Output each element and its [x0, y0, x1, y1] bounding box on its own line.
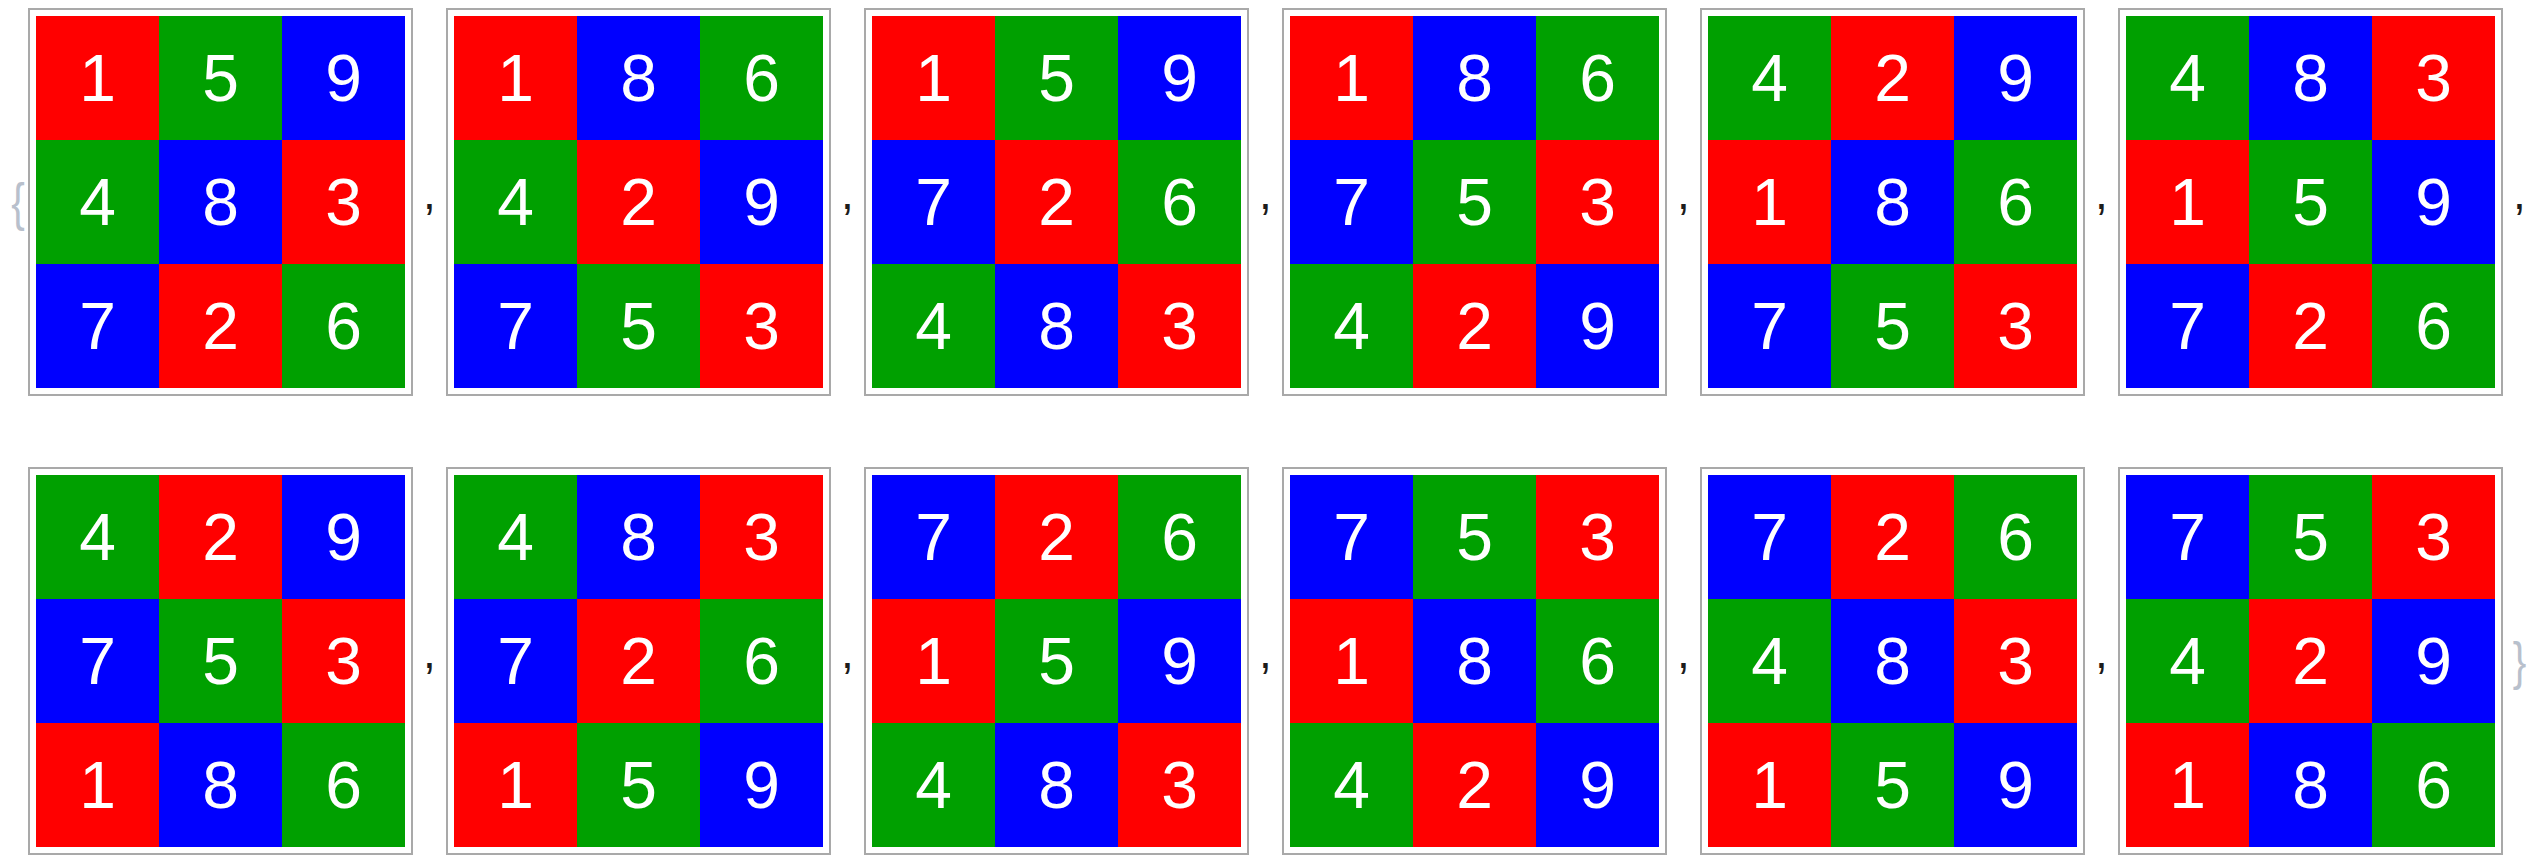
matrix-cell: 3 — [700, 475, 823, 599]
matrix-cell: 4 — [36, 475, 159, 599]
matrix-cell: 4 — [872, 264, 995, 388]
matrix-grid-2: 186429753 — [454, 16, 823, 388]
matrix-grid-12: 753429186 — [2126, 475, 2495, 847]
matrix-cell: 2 — [577, 599, 700, 723]
matrix-cell: 2 — [577, 140, 700, 264]
comma-separator: , — [413, 170, 446, 216]
matrix-cell: 1 — [1290, 16, 1413, 140]
matrix-cell: 2 — [1413, 723, 1536, 847]
matrix-cell: 2 — [995, 140, 1118, 264]
matrix-frame-8: 483726159 — [446, 467, 831, 855]
matrix-cell: 7 — [2126, 264, 2249, 388]
matrix-cell: 9 — [1118, 16, 1241, 140]
matrix-cell: 7 — [1708, 475, 1831, 599]
matrix-cell: 6 — [700, 599, 823, 723]
matrix-cell: 1 — [454, 723, 577, 847]
matrix-frame-1: 159483726 — [28, 8, 413, 396]
matrix-cell: 4 — [454, 475, 577, 599]
matrix-cell: 6 — [1118, 475, 1241, 599]
matrix-cell: 7 — [1290, 140, 1413, 264]
matrix-cell: 5 — [2249, 475, 2372, 599]
matrix-cell: 2 — [2249, 264, 2372, 388]
comma-separator: , — [2503, 170, 2536, 216]
matrix-cell: 1 — [1290, 599, 1413, 723]
mathematica-output-canvas: {159483726,186429753,159726483,186753429… — [0, 0, 2540, 864]
matrix-cell: 5 — [1831, 264, 1954, 388]
matrix-cell: 8 — [159, 723, 282, 847]
matrix-cell: 3 — [282, 599, 405, 723]
matrix-cell: 9 — [1536, 723, 1659, 847]
matrix-frame-10: 753186429 — [1282, 467, 1667, 855]
matrix-cell: 8 — [577, 16, 700, 140]
matrix-cell: 9 — [1536, 264, 1659, 388]
matrix-cell: 7 — [454, 264, 577, 388]
matrix-cell: 9 — [282, 475, 405, 599]
matrix-grid-6: 483159726 — [2126, 16, 2495, 388]
matrix-cell: 7 — [36, 264, 159, 388]
comma-separator: , — [1667, 170, 1700, 216]
matrix-cell: 6 — [1118, 140, 1241, 264]
matrix-cell: 6 — [700, 16, 823, 140]
matrix-cell: 6 — [1954, 475, 2077, 599]
comma-separator: , — [1249, 629, 1282, 675]
matrix-cell: 8 — [2249, 16, 2372, 140]
matrix-cell: 1 — [1708, 723, 1831, 847]
matrix-grid-10: 753186429 — [1290, 475, 1659, 847]
matrix-cell: 8 — [2249, 723, 2372, 847]
matrix-cell: 8 — [1831, 140, 1954, 264]
matrix-cell: 9 — [1954, 16, 2077, 140]
matrix-frame-4: 186753429 — [1282, 8, 1667, 396]
matrix-frame-11: 726483159 — [1700, 467, 2085, 855]
comma-separator: , — [831, 629, 864, 675]
matrix-grid-5: 429186753 — [1708, 16, 2077, 388]
matrix-cell: 5 — [1413, 140, 1536, 264]
matrix-frame-3: 159726483 — [864, 8, 1249, 396]
matrix-cell: 8 — [1831, 599, 1954, 723]
matrix-cell: 5 — [159, 599, 282, 723]
matrix-cell: 8 — [159, 140, 282, 264]
matrix-cell: 5 — [1413, 475, 1536, 599]
matrix-cell: 7 — [872, 475, 995, 599]
matrix-cell: 4 — [2126, 16, 2249, 140]
matrix-cell: 7 — [1290, 475, 1413, 599]
matrix-cell: 4 — [1290, 723, 1413, 847]
matrix-cell: 4 — [454, 140, 577, 264]
matrix-cell: 2 — [1413, 264, 1536, 388]
matrix-cell: 4 — [36, 140, 159, 264]
matrix-cell: 8 — [577, 475, 700, 599]
matrix-frame-7: 429753186 — [28, 467, 413, 855]
matrix-grid-3: 159726483 — [872, 16, 1241, 388]
matrix-cell: 6 — [1536, 16, 1659, 140]
matrix-cell: 8 — [1413, 599, 1536, 723]
matrix-frame-9: 726159483 — [864, 467, 1249, 855]
matrix-grid-11: 726483159 — [1708, 475, 2077, 847]
matrix-grid-1: 159483726 — [36, 16, 405, 388]
matrix-cell: 1 — [2126, 723, 2249, 847]
matrix-grid-7: 429753186 — [36, 475, 405, 847]
matrix-cell: 6 — [2372, 264, 2495, 388]
matrix-row-1: {159483726,186429753,159726483,186753429… — [8, 8, 2536, 396]
matrix-cell: 4 — [1708, 16, 1831, 140]
matrix-cell: 1 — [872, 16, 995, 140]
matrix-cell: 9 — [1954, 723, 2077, 847]
matrix-cell: 1 — [36, 723, 159, 847]
matrix-grid-8: 483726159 — [454, 475, 823, 847]
matrix-cell: 3 — [282, 140, 405, 264]
matrix-frame-12: 753429186 — [2118, 467, 2503, 855]
matrix-cell: 7 — [2126, 475, 2249, 599]
matrix-cell: 6 — [282, 264, 405, 388]
matrix-cell: 5 — [159, 16, 282, 140]
matrix-cell: 9 — [2372, 599, 2495, 723]
matrix-cell: 8 — [1413, 16, 1536, 140]
comma-separator: , — [413, 629, 446, 675]
matrix-cell: 1 — [36, 16, 159, 140]
matrix-cell: 5 — [995, 599, 1118, 723]
matrix-cell: 1 — [454, 16, 577, 140]
matrix-cell: 5 — [1831, 723, 1954, 847]
matrix-cell: 5 — [577, 723, 700, 847]
matrix-cell: 3 — [1118, 723, 1241, 847]
matrix-cell: 7 — [454, 599, 577, 723]
matrix-cell: 4 — [1290, 264, 1413, 388]
matrix-cell: 9 — [700, 723, 823, 847]
matrix-cell: 9 — [700, 140, 823, 264]
matrix-frame-5: 429186753 — [1700, 8, 2085, 396]
matrix-frame-2: 186429753 — [446, 8, 831, 396]
matrix-cell: 8 — [995, 264, 1118, 388]
matrix-cell: 5 — [577, 264, 700, 388]
matrix-cell: 9 — [1118, 599, 1241, 723]
matrix-cell: 5 — [995, 16, 1118, 140]
comma-separator: , — [831, 170, 864, 216]
matrix-cell: 3 — [1954, 264, 2077, 388]
matrix-cell: 6 — [282, 723, 405, 847]
comma-separator: , — [1667, 629, 1700, 675]
matrix-cell: 3 — [2372, 16, 2495, 140]
comma-separator: , — [2085, 170, 2118, 216]
matrix-cell: 5 — [2249, 140, 2372, 264]
matrix-cell: 7 — [872, 140, 995, 264]
comma-separator: , — [2085, 629, 2118, 675]
matrix-cell: 3 — [700, 264, 823, 388]
matrix-grid-9: 726159483 — [872, 475, 1241, 847]
matrix-cell: 8 — [995, 723, 1118, 847]
matrix-cell: 7 — [36, 599, 159, 723]
matrix-cell: 3 — [1954, 599, 2077, 723]
matrix-cell: 1 — [1708, 140, 1831, 264]
matrix-cell: 4 — [2126, 599, 2249, 723]
matrix-cell: 2 — [995, 475, 1118, 599]
matrix-cell: 6 — [2372, 723, 2495, 847]
matrix-cell: 6 — [1954, 140, 2077, 264]
matrix-cell: 7 — [1708, 264, 1831, 388]
matrix-cell: 9 — [2372, 140, 2495, 264]
matrix-cell: 4 — [1708, 599, 1831, 723]
close-brace: } — [2507, 635, 2533, 687]
matrix-grid-4: 186753429 — [1290, 16, 1659, 388]
matrix-cell: 3 — [1536, 475, 1659, 599]
matrix-cell: 3 — [1118, 264, 1241, 388]
matrix-cell: 3 — [2372, 475, 2495, 599]
matrix-cell: 6 — [1536, 599, 1659, 723]
matrix-row-2: 429753186,483726159,726159483,753186429,… — [28, 467, 2536, 855]
matrix-frame-6: 483159726 — [2118, 8, 2503, 396]
matrix-cell: 2 — [1831, 16, 1954, 140]
matrix-cell: 2 — [1831, 475, 1954, 599]
matrix-cell: 2 — [159, 264, 282, 388]
open-brace: { — [10, 176, 26, 228]
matrix-cell: 9 — [282, 16, 405, 140]
matrix-cell: 1 — [872, 599, 995, 723]
matrix-cell: 2 — [2249, 599, 2372, 723]
matrix-cell: 2 — [159, 475, 282, 599]
comma-separator: , — [1249, 170, 1282, 216]
matrix-cell: 3 — [1536, 140, 1659, 264]
matrix-cell: 4 — [872, 723, 995, 847]
matrix-cell: 1 — [2126, 140, 2249, 264]
